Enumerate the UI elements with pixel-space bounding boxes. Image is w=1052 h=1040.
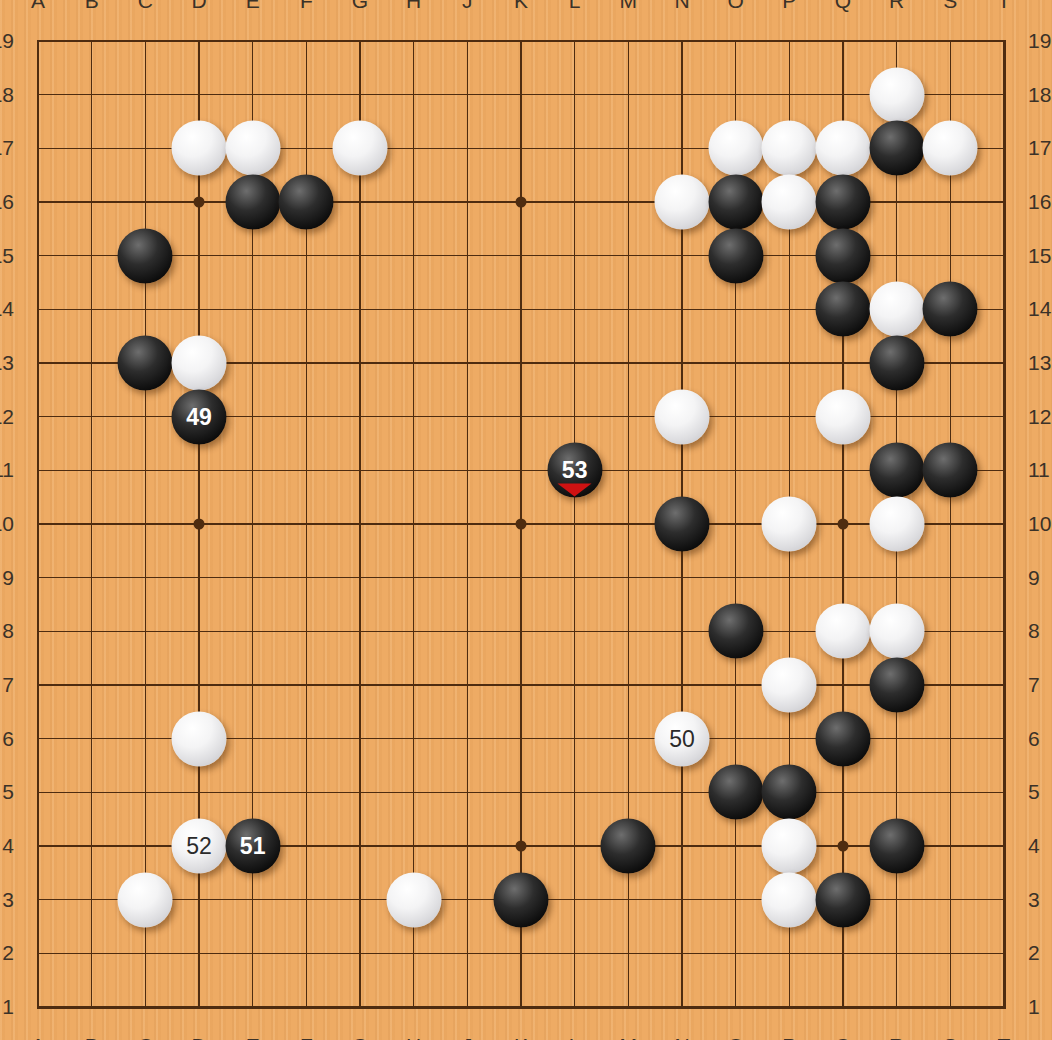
row-label-left: 6 [2,727,14,751]
column-label-top: L [569,0,581,13]
column-label-bottom: R [889,1034,904,1040]
white-stone-P17[interactable] [762,121,817,176]
column-label-top: P [782,0,796,13]
black-stone-F16[interactable] [279,175,334,230]
move-number-label: 52 [186,835,212,858]
column-label-bottom: J [462,1034,473,1040]
white-stone-N12[interactable] [655,389,710,444]
column-label-top: N [674,0,689,13]
white-stone-R8[interactable] [869,604,924,659]
column-label-top: S [943,0,957,13]
row-label-right: 1 [1028,995,1040,1019]
column-label-bottom: T [998,1034,1011,1040]
column-label-top: T [998,0,1011,13]
star-point [194,197,205,208]
white-stone-D13[interactable] [172,336,227,391]
black-stone-M4[interactable] [601,819,656,874]
black-stone-O16[interactable] [708,175,763,230]
column-label-bottom: A [31,1034,45,1040]
white-stone-P4[interactable] [762,819,817,874]
white-stone-P16[interactable] [762,175,817,230]
white-stone-H3[interactable] [386,872,441,927]
white-stone-G17[interactable] [333,121,388,176]
white-stone-P3[interactable] [762,872,817,927]
white-stone-D6[interactable] [172,711,227,766]
column-label-top: F [300,0,313,13]
black-stone-E16[interactable] [225,175,280,230]
black-stone-S14[interactable] [923,282,978,337]
column-label-bottom: G [352,1034,368,1040]
column-label-top: E [246,0,260,13]
row-label-right: 7 [1028,673,1040,697]
star-point [838,841,849,852]
column-label-top: H [406,0,421,13]
white-stone-D4[interactable]: 52 [172,819,227,874]
black-stone-E4[interactable]: 51 [225,819,280,874]
black-stone-K3[interactable] [494,872,549,927]
star-point [194,519,205,530]
row-label-right: 12 [1028,405,1051,429]
last-move-triangle-icon [558,484,592,497]
white-stone-N6[interactable]: 50 [655,711,710,766]
black-stone-R7[interactable] [869,658,924,713]
row-label-left: 10 [0,512,14,536]
black-stone-Q6[interactable] [816,711,871,766]
row-label-left: 4 [2,834,14,858]
row-label-left: 3 [2,888,14,912]
column-label-top: C [138,0,153,13]
black-stone-Q16[interactable] [816,175,871,230]
black-stone-R17[interactable] [869,121,924,176]
row-label-left: 19 [0,29,14,53]
black-stone-R11[interactable] [869,443,924,498]
star-point [516,519,527,530]
column-label-bottom: S [943,1034,957,1040]
column-label-bottom: D [191,1034,206,1040]
black-stone-Q3[interactable] [816,872,871,927]
row-label-left: 14 [0,297,14,321]
white-stone-P7[interactable] [762,658,817,713]
white-stone-D17[interactable] [172,121,227,176]
row-label-left: 13 [0,351,14,375]
row-label-right: 14 [1028,297,1051,321]
black-stone-Q15[interactable] [816,228,871,283]
column-label-bottom: E [246,1034,260,1040]
black-stone-C15[interactable] [118,228,173,283]
white-stone-N16[interactable] [655,175,710,230]
column-label-bottom: M [620,1034,638,1040]
white-stone-R10[interactable] [869,497,924,552]
black-stone-Q14[interactable] [816,282,871,337]
row-label-right: 10 [1028,512,1051,536]
row-label-left: 17 [0,136,14,160]
black-stone-O8[interactable] [708,604,763,659]
row-label-left: 1 [2,995,14,1019]
row-label-right: 9 [1028,566,1040,590]
row-label-left: 8 [2,619,14,643]
row-label-left: 2 [2,941,14,965]
go-board[interactable]: AABBCCDDEEFFGGHHJJKKLLMMNNOOPPQQRRSSTT19… [0,0,1052,1040]
move-number-label: 51 [240,835,266,858]
white-stone-C3[interactable] [118,872,173,927]
black-stone-C13[interactable] [118,336,173,391]
black-stone-O15[interactable] [708,228,763,283]
white-stone-S17[interactable] [923,121,978,176]
star-point [516,841,527,852]
row-label-right: 11 [1028,458,1050,482]
row-label-right: 19 [1028,29,1051,53]
row-label-left: 5 [2,780,14,804]
column-label-bottom: F [300,1034,313,1040]
row-label-left: 9 [2,566,14,590]
row-label-left: 15 [0,244,14,268]
column-label-bottom: P [782,1034,796,1040]
row-label-left: 18 [0,83,14,107]
white-stone-Q8[interactable] [816,604,871,659]
move-number-label: 53 [562,459,588,482]
row-label-right: 17 [1028,136,1051,160]
column-label-top: A [31,0,45,13]
row-label-right: 18 [1028,83,1051,107]
row-label-right: 4 [1028,834,1040,858]
black-stone-R13[interactable] [869,336,924,391]
column-label-bottom: H [406,1034,421,1040]
row-label-left: 7 [2,673,14,697]
move-number-label: 50 [669,727,695,750]
column-label-bottom: C [138,1034,153,1040]
column-label-bottom: N [674,1034,689,1040]
white-stone-O17[interactable] [708,121,763,176]
star-point [516,197,527,208]
column-label-top: M [620,0,638,13]
black-stone-R4[interactable] [869,819,924,874]
white-stone-R14[interactable] [869,282,924,337]
column-label-top: B [85,0,99,13]
row-label-right: 15 [1028,244,1051,268]
white-stone-R18[interactable] [869,67,924,122]
row-label-right: 6 [1028,727,1040,751]
row-label-left: 11 [0,458,14,482]
column-label-bottom: O [727,1034,743,1040]
row-label-right: 3 [1028,888,1040,912]
black-stone-L11[interactable]: 53 [547,443,602,498]
row-label-right: 2 [1028,941,1040,965]
column-label-bottom: K [514,1034,528,1040]
black-stone-O5[interactable] [708,765,763,820]
black-stone-N10[interactable] [655,497,710,552]
white-stone-Q12[interactable] [816,389,871,444]
black-stone-P5[interactable] [762,765,817,820]
column-label-bottom: B [85,1034,99,1040]
column-label-top: O [727,0,743,13]
white-stone-Q17[interactable] [816,121,871,176]
column-label-top: J [462,0,473,13]
row-label-right: 8 [1028,619,1040,643]
go-board-screenshot: { "game": "go", "board_size": 19, "colum… [0,0,1052,1040]
white-stone-E17[interactable] [225,121,280,176]
column-label-bottom: L [569,1034,581,1040]
column-label-top: D [191,0,206,13]
column-label-top: R [889,0,904,13]
column-label-top: G [352,0,368,13]
row-label-left: 16 [0,190,14,214]
white-stone-P10[interactable] [762,497,817,552]
row-label-right: 13 [1028,351,1051,375]
column-label-bottom: Q [835,1034,851,1040]
row-label-right: 16 [1028,190,1051,214]
row-label-left: 12 [0,405,14,429]
move-number-label: 49 [186,405,212,428]
black-stone-D12[interactable]: 49 [172,389,227,444]
column-label-top: K [514,0,528,13]
black-stone-S11[interactable] [923,443,978,498]
row-label-right: 5 [1028,780,1040,804]
column-label-top: Q [835,0,851,13]
star-point [838,519,849,530]
